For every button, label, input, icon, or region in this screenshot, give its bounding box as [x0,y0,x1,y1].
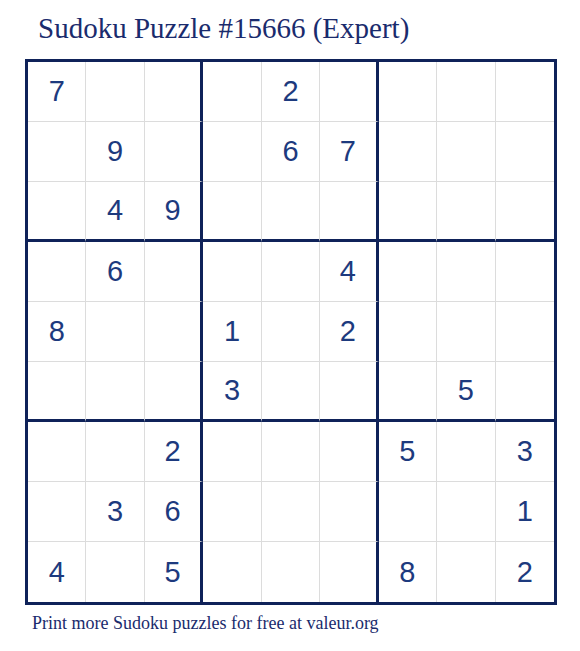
cell-r4c5[interactable] [262,242,320,302]
cell-r8c6[interactable] [320,482,378,542]
cell-r6c6[interactable] [320,362,378,422]
cell-r7c2[interactable] [86,422,144,482]
cell-r1c3[interactable] [145,62,203,122]
cell-r4c6[interactable]: 4 [320,242,378,302]
cell-r1c8[interactable] [437,62,495,122]
cell-r2c8[interactable] [437,122,495,182]
cell-r1c9[interactable] [496,62,554,122]
cell-r3c9[interactable] [496,182,554,242]
cell-r7c4[interactable] [203,422,261,482]
cell-r1c6[interactable] [320,62,378,122]
cell-r5c2[interactable] [86,302,144,362]
cell-r5c4[interactable]: 1 [203,302,261,362]
cell-r2c7[interactable] [379,122,437,182]
cell-r5c9[interactable] [496,302,554,362]
cell-r3c7[interactable] [379,182,437,242]
footer-text: Print more Sudoku puzzles for free at va… [32,613,379,634]
cell-r2c9[interactable] [496,122,554,182]
cell-r5c6[interactable]: 2 [320,302,378,362]
cell-r6c7[interactable] [379,362,437,422]
cell-r4c9[interactable] [496,242,554,302]
cell-r6c8[interactable]: 5 [437,362,495,422]
cell-r3c1[interactable] [28,182,86,242]
cell-r4c4[interactable] [203,242,261,302]
cell-r8c9[interactable]: 1 [496,482,554,542]
cell-r2c5[interactable]: 6 [262,122,320,182]
cell-r1c5[interactable]: 2 [262,62,320,122]
cell-r7c8[interactable] [437,422,495,482]
cell-r6c5[interactable] [262,362,320,422]
cell-r3c8[interactable] [437,182,495,242]
cell-r9c7[interactable]: 8 [379,542,437,602]
cell-r1c7[interactable] [379,62,437,122]
cell-r5c8[interactable] [437,302,495,362]
cell-r8c8[interactable] [437,482,495,542]
cell-r7c9[interactable]: 3 [496,422,554,482]
cell-r6c2[interactable] [86,362,144,422]
cell-r8c3[interactable]: 6 [145,482,203,542]
cell-r7c6[interactable] [320,422,378,482]
cell-r2c4[interactable] [203,122,261,182]
cell-r4c1[interactable] [28,242,86,302]
cell-r6c9[interactable] [496,362,554,422]
cell-r9c6[interactable] [320,542,378,602]
cell-r2c3[interactable] [145,122,203,182]
cell-r7c3[interactable]: 2 [145,422,203,482]
cell-r8c4[interactable] [203,482,261,542]
cell-r1c4[interactable] [203,62,261,122]
page-title: Sudoku Puzzle #15666 (Expert) [38,12,409,45]
cell-r2c2[interactable]: 9 [86,122,144,182]
cell-r3c2[interactable]: 4 [86,182,144,242]
cell-r6c1[interactable] [28,362,86,422]
cell-r8c5[interactable] [262,482,320,542]
cell-r5c5[interactable] [262,302,320,362]
cell-r1c2[interactable] [86,62,144,122]
cell-r5c7[interactable] [379,302,437,362]
cell-r9c8[interactable] [437,542,495,602]
cell-r6c3[interactable] [145,362,203,422]
cell-r7c1[interactable] [28,422,86,482]
cell-r8c2[interactable]: 3 [86,482,144,542]
cell-r8c7[interactable] [379,482,437,542]
cell-r2c1[interactable] [28,122,86,182]
cell-r3c5[interactable] [262,182,320,242]
cell-r8c1[interactable] [28,482,86,542]
cell-r3c4[interactable] [203,182,261,242]
cell-r4c7[interactable] [379,242,437,302]
cell-r6c4[interactable]: 3 [203,362,261,422]
cell-r3c6[interactable] [320,182,378,242]
cell-r1c1[interactable]: 7 [28,62,86,122]
cell-r7c7[interactable]: 5 [379,422,437,482]
cell-r9c5[interactable] [262,542,320,602]
cell-r4c3[interactable] [145,242,203,302]
cell-r9c2[interactable] [86,542,144,602]
sudoku-board: 729674964812352533614582 [25,59,557,605]
cell-r5c1[interactable]: 8 [28,302,86,362]
cell-r4c8[interactable] [437,242,495,302]
cell-r3c3[interactable]: 9 [145,182,203,242]
cell-r5c3[interactable] [145,302,203,362]
cell-r9c4[interactable] [203,542,261,602]
cell-r2c6[interactable]: 7 [320,122,378,182]
cell-r9c9[interactable]: 2 [496,542,554,602]
cell-r9c3[interactable]: 5 [145,542,203,602]
cell-r4c2[interactable]: 6 [86,242,144,302]
cell-r9c1[interactable]: 4 [28,542,86,602]
cell-r7c5[interactable] [262,422,320,482]
